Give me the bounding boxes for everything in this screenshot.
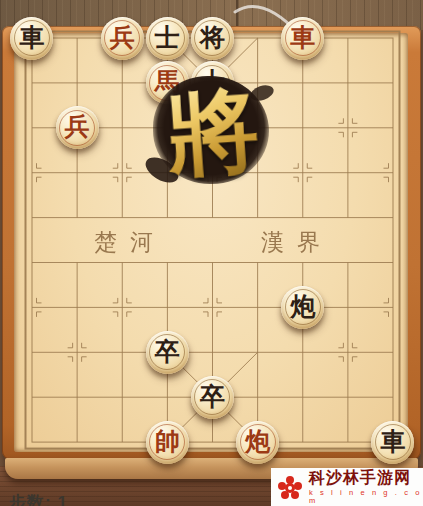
piece-glyph: 兵: [110, 25, 135, 50]
watermark-site-name: 科沙林手游网: [309, 470, 423, 486]
piece-glyph: 将: [200, 25, 225, 50]
piece-black-r0c4[interactable]: 将: [191, 17, 234, 60]
piece-glyph: 車: [19, 25, 44, 50]
piece-glyph: 炮: [245, 429, 270, 454]
piece-red-r2c1[interactable]: 兵: [56, 106, 99, 149]
piece-red-r0c6[interactable]: 車: [281, 17, 324, 60]
piece-black-r6c6[interactable]: 炮: [281, 286, 324, 329]
piece-glyph: 卒: [155, 339, 180, 364]
piece-red-r9c3[interactable]: 帥: [146, 421, 189, 464]
piece-black-r9c8[interactable]: 車: [371, 421, 414, 464]
watermark: 科沙林手游网 k s l i n e n g . c o m: [271, 468, 423, 506]
xiangqi-app-screen: 楚河 漢界 車兵士将車馬士兵炮卒卒帥炮車 將 步数: 1 科沙林手游网 k s …: [0, 0, 423, 506]
piece-glyph: 士: [155, 25, 180, 50]
check-stamp-glyph: 將: [163, 68, 263, 198]
piece-glyph: 車: [380, 429, 405, 454]
piece-red-r9c5[interactable]: 炮: [236, 421, 279, 464]
blossom-icon: [277, 474, 303, 500]
piece-glyph: 卒: [200, 384, 225, 409]
move-counter: 步数: 1: [9, 491, 68, 506]
piece-black-r7c3[interactable]: 卒: [146, 331, 189, 374]
piece-glyph: 兵: [65, 114, 90, 139]
watermark-site-domain: k s l i n e n g . c o m: [309, 489, 423, 504]
piece-black-r8c4[interactable]: 卒: [191, 376, 234, 419]
piece-black-r0c3[interactable]: 士: [146, 17, 189, 60]
piece-glyph: 車: [290, 25, 315, 50]
piece-glyph: 帥: [155, 429, 180, 454]
piece-red-r0c2[interactable]: 兵: [101, 17, 144, 60]
piece-glyph: 炮: [290, 294, 315, 319]
piece-black-r0c0[interactable]: 車: [10, 17, 53, 60]
